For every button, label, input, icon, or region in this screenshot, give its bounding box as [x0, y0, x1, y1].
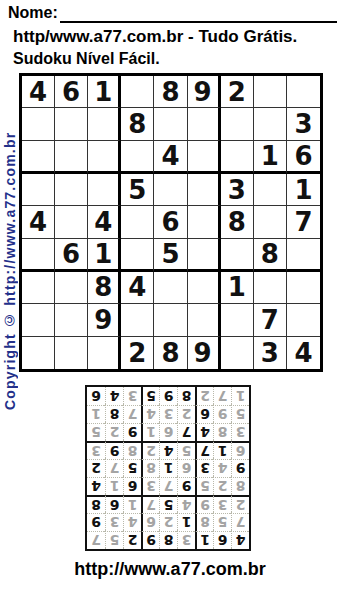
puzzle-cell-r5c1: 4 [22, 206, 55, 238]
puzzle-cell-r6c3: 1 [88, 239, 121, 272]
puzzle-cell-r1c1: 4 [22, 76, 55, 108]
solution-cell-r7c8: 2 [105, 423, 123, 441]
solution-cell-r8c5: 3 [159, 405, 177, 423]
solution-cell-r3c8: 6 [105, 495, 123, 513]
solution-cell-r9c8: 4 [105, 387, 123, 405]
puzzle-cell-r2c8[interactable] [254, 108, 287, 140]
solution-cell-r5c2: 4 [213, 459, 231, 477]
puzzle-cell-r6c7[interactable] [221, 239, 254, 272]
puzzle-cell-r1c4[interactable] [121, 76, 154, 108]
solution-cell-r2c1: 7 [231, 513, 249, 531]
puzzle-cell-r8c3: 9 [88, 304, 121, 336]
solution-cell-r6c9: 3 [87, 441, 105, 459]
solution-cell-r8c3: 6 [195, 405, 213, 423]
copyright-vertical-text: Copyright © http://www.a77.com.br [1, 82, 18, 460]
puzzle-cell-r8c9[interactable] [287, 304, 320, 336]
puzzle-cell-r5c6[interactable] [188, 206, 221, 238]
solution-cell-r2c5: 2 [159, 513, 177, 531]
puzzle-cell-r6c4[interactable] [121, 239, 154, 272]
solution-cell-r1c5: 8 [159, 531, 177, 549]
solution-cell-r4c9: 4 [87, 477, 105, 495]
solution-cell-r3c3: 9 [195, 495, 213, 513]
puzzle-cell-r3c7[interactable] [221, 141, 254, 174]
puzzle-cell-r2c1[interactable] [22, 108, 55, 140]
puzzle-cell-r2c7[interactable] [221, 108, 254, 140]
solution-cell-r4c6: 3 [141, 477, 159, 495]
puzzle-cell-r9c5: 8 [154, 337, 187, 369]
puzzle-cell-r7c1[interactable] [22, 272, 55, 304]
puzzle-cell-r6c8: 8 [254, 239, 287, 272]
puzzle-cell-r1c5: 8 [154, 76, 187, 108]
name-row: Nome: [8, 3, 337, 23]
solution-cell-r3c1: 2 [231, 495, 249, 513]
puzzle-cell-r4c8[interactable] [254, 174, 287, 206]
puzzle-cell-r1c3: 1 [88, 76, 121, 108]
puzzle-cell-r8c1[interactable] [22, 304, 55, 336]
solution-cell-r2c2: 5 [213, 513, 231, 531]
solution-cell-r2c8: 3 [105, 513, 123, 531]
solution-cell-r1c3: 1 [195, 531, 213, 549]
puzzle-cell-r7c4: 4 [121, 272, 154, 304]
solution-cell-r9c1: 1 [231, 387, 249, 405]
puzzle-cell-r3c3[interactable] [88, 141, 121, 174]
puzzle-cell-r3c4[interactable] [121, 141, 154, 174]
solution-cell-r9c9: 6 [87, 387, 105, 405]
solution-cell-r8c8: 8 [105, 405, 123, 423]
puzzle-cell-r4c3[interactable] [88, 174, 121, 206]
solution-cell-r4c5: 7 [159, 477, 177, 495]
solution-cell-r2c9: 9 [87, 513, 105, 531]
solution-cell-r7c7: 9 [123, 423, 141, 441]
sudoku-puzzle-grid: 461892834165314468761588419728934 [19, 73, 323, 372]
solution-cell-r6c3: 7 [195, 441, 213, 459]
puzzle-cell-r8c2[interactable] [55, 304, 88, 336]
puzzle-cell-r8c4[interactable] [121, 304, 154, 336]
puzzle-cell-r7c2[interactable] [55, 272, 88, 304]
puzzle-cell-r9c6: 9 [188, 337, 221, 369]
solution-cell-r1c1: 4 [231, 531, 249, 549]
solution-cell-r1c7: 2 [123, 531, 141, 549]
solution-cell-r6c5: 4 [159, 441, 177, 459]
puzzle-cell-r8c5[interactable] [154, 304, 187, 336]
solution-cell-r8c2: 9 [213, 405, 231, 423]
puzzle-cell-r4c6[interactable] [188, 174, 221, 206]
site-tagline: http/www.a77.com.br - Tudo Grátis. [13, 27, 297, 47]
solution-cell-r9c2: 7 [213, 387, 231, 405]
puzzle-cell-r5c7: 8 [221, 206, 254, 238]
puzzle-cell-r5c5: 6 [154, 206, 187, 238]
solution-cell-r5c4: 6 [177, 459, 195, 477]
solution-cell-r8c9: 1 [87, 405, 105, 423]
solution-cell-r9c4: 8 [177, 387, 195, 405]
puzzle-cell-r7c6[interactable] [188, 272, 221, 304]
puzzle-cell-r9c3[interactable] [88, 337, 121, 369]
puzzle-cell-r4c5[interactable] [154, 174, 187, 206]
solution-cell-r3c5: 5 [159, 495, 177, 513]
puzzle-cell-r7c9[interactable] [287, 272, 320, 304]
solution-cell-r7c6: 1 [141, 423, 159, 441]
solution-cell-r3c9: 8 [87, 495, 105, 513]
puzzle-cell-r6c1[interactable] [22, 239, 55, 272]
puzzle-cell-r5c8[interactable] [254, 206, 287, 238]
solution-cell-r9c3: 2 [195, 387, 213, 405]
puzzle-cell-r9c9: 4 [287, 337, 320, 369]
puzzle-cell-r9c1[interactable] [22, 337, 55, 369]
solution-cell-r6c7: 8 [123, 441, 141, 459]
solution-cell-r7c5: 6 [159, 423, 177, 441]
solution-cell-r1c2: 6 [213, 531, 231, 549]
puzzle-cell-r3c5: 4 [154, 141, 187, 174]
puzzle-level-title: Sudoku Nível Fácil. [13, 50, 160, 68]
puzzle-cell-r8c6[interactable] [188, 304, 221, 336]
puzzle-cell-r2c9: 3 [287, 108, 320, 140]
puzzle-cell-r8c7[interactable] [221, 304, 254, 336]
solution-cell-r5c6: 8 [141, 459, 159, 477]
puzzle-cell-r6c2: 6 [55, 239, 88, 272]
solution-cell-r3c6: 7 [141, 495, 159, 513]
puzzle-cell-r3c2[interactable] [55, 141, 88, 174]
solution-cell-r3c2: 3 [213, 495, 231, 513]
solution-cell-r7c2: 8 [213, 423, 231, 441]
solution-cell-r3c4: 4 [177, 495, 195, 513]
footer-url: http://www.a77.com.br [0, 559, 340, 580]
solution-cell-r1c8: 5 [105, 531, 123, 549]
solution-cell-r5c3: 3 [195, 459, 213, 477]
solution-cell-r4c2: 2 [213, 477, 231, 495]
puzzle-cell-r5c3: 4 [88, 206, 121, 238]
solution-cell-r2c3: 8 [195, 513, 213, 531]
solution-cell-r2c7: 4 [123, 513, 141, 531]
solution-cell-r5c1: 9 [231, 459, 249, 477]
solution-cell-r7c4: 7 [177, 423, 195, 441]
solution-cell-r4c1: 8 [231, 477, 249, 495]
name-label: Nome: [8, 3, 58, 23]
solution-cell-r4c3: 5 [195, 477, 213, 495]
puzzle-cell-r1c6: 9 [188, 76, 221, 108]
solution-cell-r8c1: 5 [231, 405, 249, 423]
solution-cell-r2c6: 6 [141, 513, 159, 531]
solution-cell-r6c6: 2 [141, 441, 159, 459]
puzzle-cell-r3c6[interactable] [188, 141, 221, 174]
solution-cell-r4c7: 6 [123, 477, 141, 495]
solution-cell-r1c4: 3 [177, 531, 195, 549]
solution-cell-r1c9: 7 [87, 531, 105, 549]
solution-cell-r5c8: 7 [105, 459, 123, 477]
puzzle-cell-r5c2[interactable] [55, 206, 88, 238]
puzzle-cell-r6c5: 5 [154, 239, 187, 272]
puzzle-cell-r5c9: 7 [287, 206, 320, 238]
solution-cell-r3c7: 1 [123, 495, 141, 513]
puzzle-cell-r1c8[interactable] [254, 76, 287, 108]
puzzle-cell-r4c7: 3 [221, 174, 254, 206]
solution-cell-r8c7: 7 [123, 405, 141, 423]
puzzle-cell-r6c9[interactable] [287, 239, 320, 272]
solution-cell-r5c5: 1 [159, 459, 177, 477]
solution-cell-r5c7: 5 [123, 459, 141, 477]
solution-cell-r9c7: 3 [123, 387, 141, 405]
name-fill-line[interactable] [60, 3, 337, 23]
puzzle-cell-r3c9: 6 [287, 141, 320, 174]
puzzle-cell-r1c2: 6 [55, 76, 88, 108]
solution-cell-r6c1: 6 [231, 441, 249, 459]
puzzle-cell-r2c4: 8 [121, 108, 154, 140]
solution-cell-r4c4: 9 [177, 477, 195, 495]
puzzle-cell-r1c7: 2 [221, 76, 254, 108]
puzzle-cell-r2c6[interactable] [188, 108, 221, 140]
solution-cell-r9c6: 5 [141, 387, 159, 405]
puzzle-cell-r9c4: 2 [121, 337, 154, 369]
solution-cell-r8c6: 4 [141, 405, 159, 423]
puzzle-cell-r6c6[interactable] [188, 239, 221, 272]
puzzle-cell-r3c1[interactable] [22, 141, 55, 174]
solution-cell-r7c3: 4 [195, 423, 213, 441]
solution-cell-r6c8: 9 [105, 441, 123, 459]
solution-cell-r6c4: 5 [177, 441, 195, 459]
solution-cell-r7c9: 5 [87, 423, 105, 441]
puzzle-cell-r7c8[interactable] [254, 272, 287, 304]
solution-cell-r6c2: 1 [213, 441, 231, 459]
solution-cell-r7c1: 3 [231, 423, 249, 441]
puzzle-cell-r2c5[interactable] [154, 108, 187, 140]
solution-cell-r1c6: 9 [141, 531, 159, 549]
sudoku-solution-grid-rotated: 4613892577581264392394571688259736149436… [85, 385, 251, 551]
puzzle-cell-r9c2[interactable] [55, 337, 88, 369]
puzzle-cell-r4c9: 1 [287, 174, 320, 206]
puzzle-cell-r8c8: 7 [254, 304, 287, 336]
solution-cell-r2c4: 1 [177, 513, 195, 531]
puzzle-cell-r2c3[interactable] [88, 108, 121, 140]
solution-cell-r5c9: 2 [87, 459, 105, 477]
puzzle-cell-r2c2[interactable] [55, 108, 88, 140]
puzzle-cell-r5c4[interactable] [121, 206, 154, 238]
puzzle-cell-r9c8: 3 [254, 337, 287, 369]
puzzle-cell-r4c1[interactable] [22, 174, 55, 206]
puzzle-cell-r7c7: 1 [221, 272, 254, 304]
puzzle-cell-r1c9[interactable] [287, 76, 320, 108]
puzzle-cell-r4c4: 5 [121, 174, 154, 206]
puzzle-cell-r7c3: 8 [88, 272, 121, 304]
solution-cell-r4c8: 1 [105, 477, 123, 495]
puzzle-cell-r4c2[interactable] [55, 174, 88, 206]
solution-cell-r9c5: 9 [159, 387, 177, 405]
puzzle-cell-r9c7[interactable] [221, 337, 254, 369]
puzzle-cell-r7c5[interactable] [154, 272, 187, 304]
solution-cell-r8c4: 2 [177, 405, 195, 423]
puzzle-cell-r3c8: 1 [254, 141, 287, 174]
